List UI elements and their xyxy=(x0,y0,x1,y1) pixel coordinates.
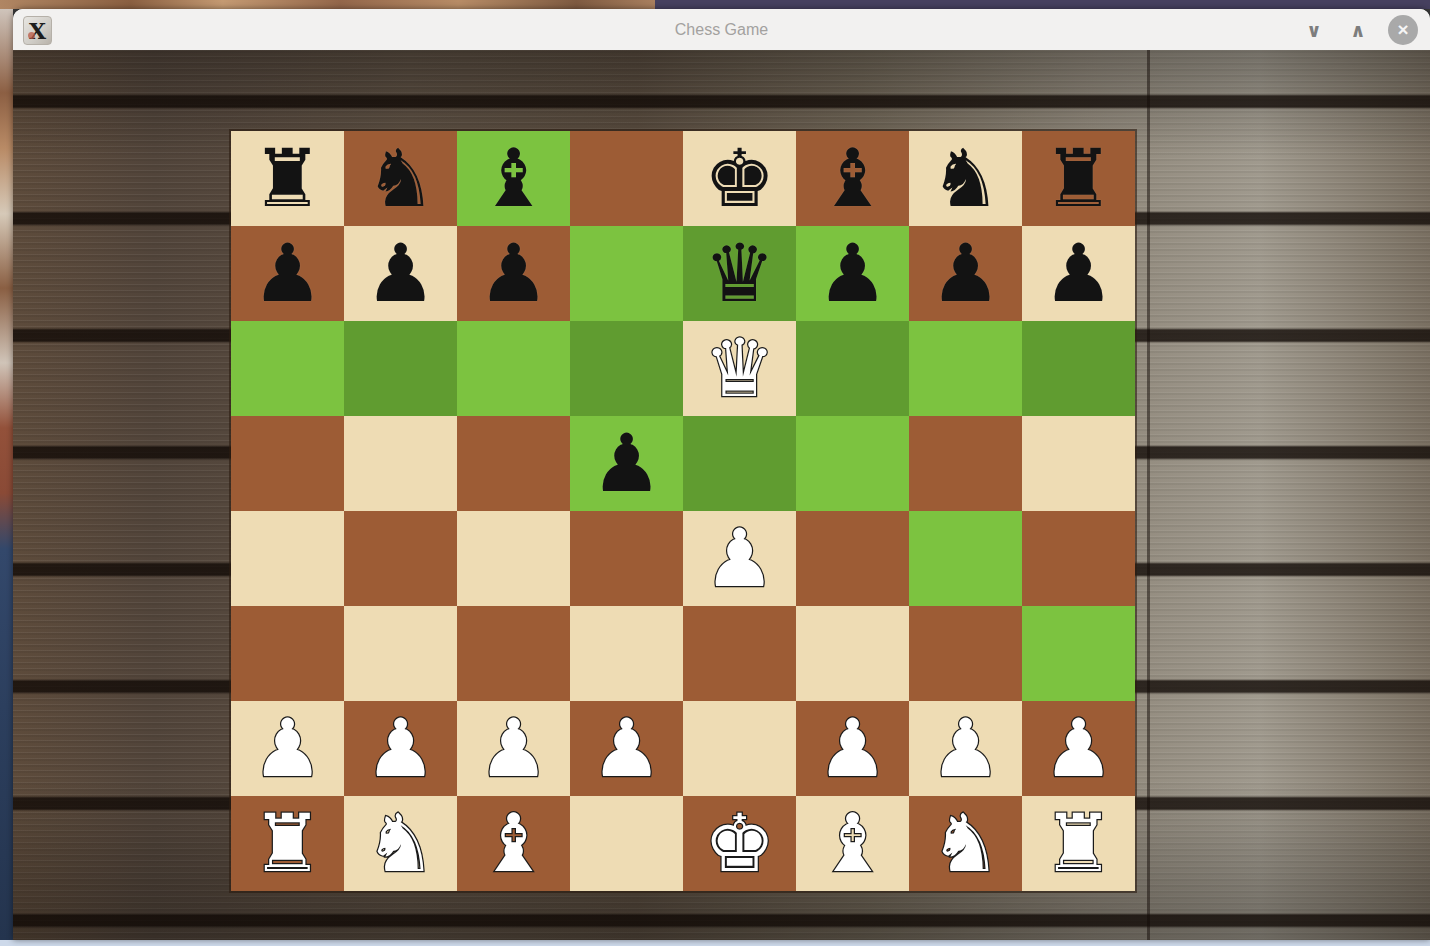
square-e1[interactable]: ♚ xyxy=(683,796,796,891)
black-bishop: ♝ xyxy=(817,131,889,226)
square-b5[interactable] xyxy=(344,416,457,511)
square-e2[interactable] xyxy=(683,701,796,796)
maximize-button[interactable]: ∧ xyxy=(1344,19,1372,41)
square-a4[interactable] xyxy=(231,511,344,606)
window-title: Chess Game xyxy=(13,9,1430,50)
square-f3[interactable] xyxy=(796,606,909,701)
square-b7[interactable]: ♟ xyxy=(344,226,457,321)
square-c5[interactable] xyxy=(457,416,570,511)
square-b4[interactable] xyxy=(344,511,457,606)
black-pawn: ♟ xyxy=(1043,226,1115,321)
close-button[interactable]: × xyxy=(1388,15,1418,45)
black-rook: ♜ xyxy=(1043,131,1115,226)
black-pawn: ♟ xyxy=(478,226,550,321)
desktop-sliver-left xyxy=(0,9,13,940)
white-rook: ♜ xyxy=(252,796,324,891)
square-g7[interactable]: ♟ xyxy=(909,226,1022,321)
black-pawn: ♟ xyxy=(591,416,663,511)
black-pawn: ♟ xyxy=(365,226,437,321)
square-b1[interactable]: ♞ xyxy=(344,796,457,891)
square-c4[interactable] xyxy=(457,511,570,606)
black-pawn: ♟ xyxy=(930,226,1002,321)
square-e6[interactable]: ♛ xyxy=(683,321,796,416)
square-a1[interactable]: ♜ xyxy=(231,796,344,891)
square-a5[interactable] xyxy=(231,416,344,511)
white-pawn: ♟ xyxy=(252,701,324,796)
white-pawn: ♟ xyxy=(1043,701,1115,796)
square-h3[interactable] xyxy=(1022,606,1135,701)
wood-background: ♜♞♝♚♝♞♜♟♟♟♛♟♟♟♛♟♟♟♟♟♟♟♟♟♜♞♝♚♝♞♜ xyxy=(13,50,1430,940)
white-rook: ♜ xyxy=(1043,796,1115,891)
white-pawn: ♟ xyxy=(817,701,889,796)
chess-board: ♜♞♝♚♝♞♜♟♟♟♛♟♟♟♛♟♟♟♟♟♟♟♟♟♜♞♝♚♝♞♜ xyxy=(231,131,1135,891)
black-queen: ♛ xyxy=(704,226,776,321)
square-g6[interactable] xyxy=(909,321,1022,416)
white-knight: ♞ xyxy=(930,796,1002,891)
square-e3[interactable] xyxy=(683,606,796,701)
square-h4[interactable] xyxy=(1022,511,1135,606)
square-d1[interactable] xyxy=(570,796,683,891)
desktop-sliver-top-right xyxy=(655,0,1430,9)
square-d8[interactable] xyxy=(570,131,683,226)
square-d5[interactable]: ♟ xyxy=(570,416,683,511)
white-pawn: ♟ xyxy=(930,701,1002,796)
desktop-sliver-bottom xyxy=(0,940,1430,946)
window-controls: ∨ ∧ × xyxy=(1300,9,1418,50)
square-g1[interactable]: ♞ xyxy=(909,796,1022,891)
titlebar[interactable]: X Chess Game ∨ ∧ × xyxy=(13,9,1430,51)
black-pawn: ♟ xyxy=(817,226,889,321)
square-a6[interactable] xyxy=(231,321,344,416)
square-b2[interactable]: ♟ xyxy=(344,701,457,796)
minimize-button[interactable]: ∨ xyxy=(1300,19,1328,41)
black-knight: ♞ xyxy=(930,131,1002,226)
square-f2[interactable]: ♟ xyxy=(796,701,909,796)
square-c8[interactable]: ♝ xyxy=(457,131,570,226)
square-e8[interactable]: ♚ xyxy=(683,131,796,226)
square-g8[interactable]: ♞ xyxy=(909,131,1022,226)
square-b6[interactable] xyxy=(344,321,457,416)
square-f4[interactable] xyxy=(796,511,909,606)
square-b8[interactable]: ♞ xyxy=(344,131,457,226)
black-rook: ♜ xyxy=(252,131,324,226)
square-a7[interactable]: ♟ xyxy=(231,226,344,321)
square-g2[interactable]: ♟ xyxy=(909,701,1022,796)
black-king: ♚ xyxy=(704,131,776,226)
square-e4[interactable]: ♟ xyxy=(683,511,796,606)
square-a8[interactable]: ♜ xyxy=(231,131,344,226)
white-queen: ♛ xyxy=(704,321,776,416)
white-pawn: ♟ xyxy=(704,511,776,606)
white-king: ♚ xyxy=(704,796,776,891)
square-a3[interactable] xyxy=(231,606,344,701)
square-h2[interactable]: ♟ xyxy=(1022,701,1135,796)
black-knight: ♞ xyxy=(365,131,437,226)
square-c1[interactable]: ♝ xyxy=(457,796,570,891)
screen: X Chess Game ∨ ∧ × ♜♞♝♚♝♞♜♟♟♟♛♟♟♟♛♟♟♟♟♟♟… xyxy=(0,0,1430,946)
square-c6[interactable] xyxy=(457,321,570,416)
square-c2[interactable]: ♟ xyxy=(457,701,570,796)
square-g4[interactable] xyxy=(909,511,1022,606)
square-h8[interactable]: ♜ xyxy=(1022,131,1135,226)
square-d6[interactable] xyxy=(570,321,683,416)
white-pawn: ♟ xyxy=(591,701,663,796)
black-pawn: ♟ xyxy=(252,226,324,321)
square-d4[interactable] xyxy=(570,511,683,606)
chess-game-window: X Chess Game ∨ ∧ × ♜♞♝♚♝♞♜♟♟♟♛♟♟♟♛♟♟♟♟♟♟… xyxy=(13,9,1430,940)
square-b3[interactable] xyxy=(344,606,457,701)
square-h6[interactable] xyxy=(1022,321,1135,416)
white-pawn: ♟ xyxy=(478,701,550,796)
square-c7[interactable]: ♟ xyxy=(457,226,570,321)
white-bishop: ♝ xyxy=(817,796,889,891)
square-g3[interactable] xyxy=(909,606,1022,701)
square-f7[interactable]: ♟ xyxy=(796,226,909,321)
square-e7[interactable]: ♛ xyxy=(683,226,796,321)
white-pawn: ♟ xyxy=(365,701,437,796)
square-f6[interactable] xyxy=(796,321,909,416)
square-g5[interactable] xyxy=(909,416,1022,511)
white-bishop: ♝ xyxy=(478,796,550,891)
square-f1[interactable]: ♝ xyxy=(796,796,909,891)
square-h7[interactable]: ♟ xyxy=(1022,226,1135,321)
square-h1[interactable]: ♜ xyxy=(1022,796,1135,891)
black-bishop: ♝ xyxy=(478,131,550,226)
square-f5[interactable] xyxy=(796,416,909,511)
square-f8[interactable]: ♝ xyxy=(796,131,909,226)
square-e5[interactable] xyxy=(683,416,796,511)
square-d7[interactable] xyxy=(570,226,683,321)
square-a2[interactable]: ♟ xyxy=(231,701,344,796)
square-d2[interactable]: ♟ xyxy=(570,701,683,796)
square-d3[interactable] xyxy=(570,606,683,701)
square-h5[interactable] xyxy=(1022,416,1135,511)
white-knight: ♞ xyxy=(365,796,437,891)
square-c3[interactable] xyxy=(457,606,570,701)
desktop-sliver-top-left xyxy=(0,0,655,9)
